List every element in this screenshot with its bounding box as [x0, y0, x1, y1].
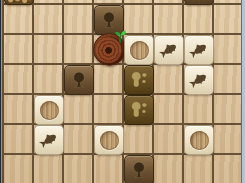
game-screenshot [0, 0, 245, 183]
log-circle [130, 41, 149, 60]
tile-fish[interactable] [184, 35, 214, 65]
tile-cut-mottled[interactable] [4, 0, 34, 5]
fish-icon [187, 38, 211, 62]
tile-tree[interactable] [124, 155, 154, 183]
log-circle [190, 131, 209, 150]
log-circle [100, 131, 119, 150]
tile-cut-dark[interactable] [184, 0, 214, 5]
tile-log[interactable] [124, 35, 154, 65]
tile-tree[interactable] [64, 65, 94, 95]
fish-icon [37, 128, 61, 152]
tile-log[interactable] [94, 125, 124, 155]
tile-fish[interactable] [154, 35, 184, 65]
tile-stump[interactable] [93, 33, 126, 66]
tiles-layer [2, 0, 241, 183]
tile-fish[interactable] [34, 125, 64, 155]
tile-mushroom[interactable] [124, 95, 154, 125]
tree-icon [68, 69, 90, 91]
window-edge-right [241, 0, 245, 183]
fish-icon [157, 38, 181, 62]
tile-fish[interactable] [184, 65, 214, 95]
tile-log[interactable] [184, 125, 214, 155]
mushrooms-icon [128, 69, 150, 91]
tree-icon [98, 9, 120, 31]
tile-log[interactable] [34, 95, 64, 125]
mushrooms-icon [128, 99, 150, 121]
tree-icon [128, 159, 150, 181]
log-circle [40, 101, 59, 120]
tile-mushroom[interactable] [124, 65, 154, 95]
fish-icon [187, 68, 211, 92]
game-board [2, 0, 241, 183]
window-edge-left [0, 0, 2, 183]
